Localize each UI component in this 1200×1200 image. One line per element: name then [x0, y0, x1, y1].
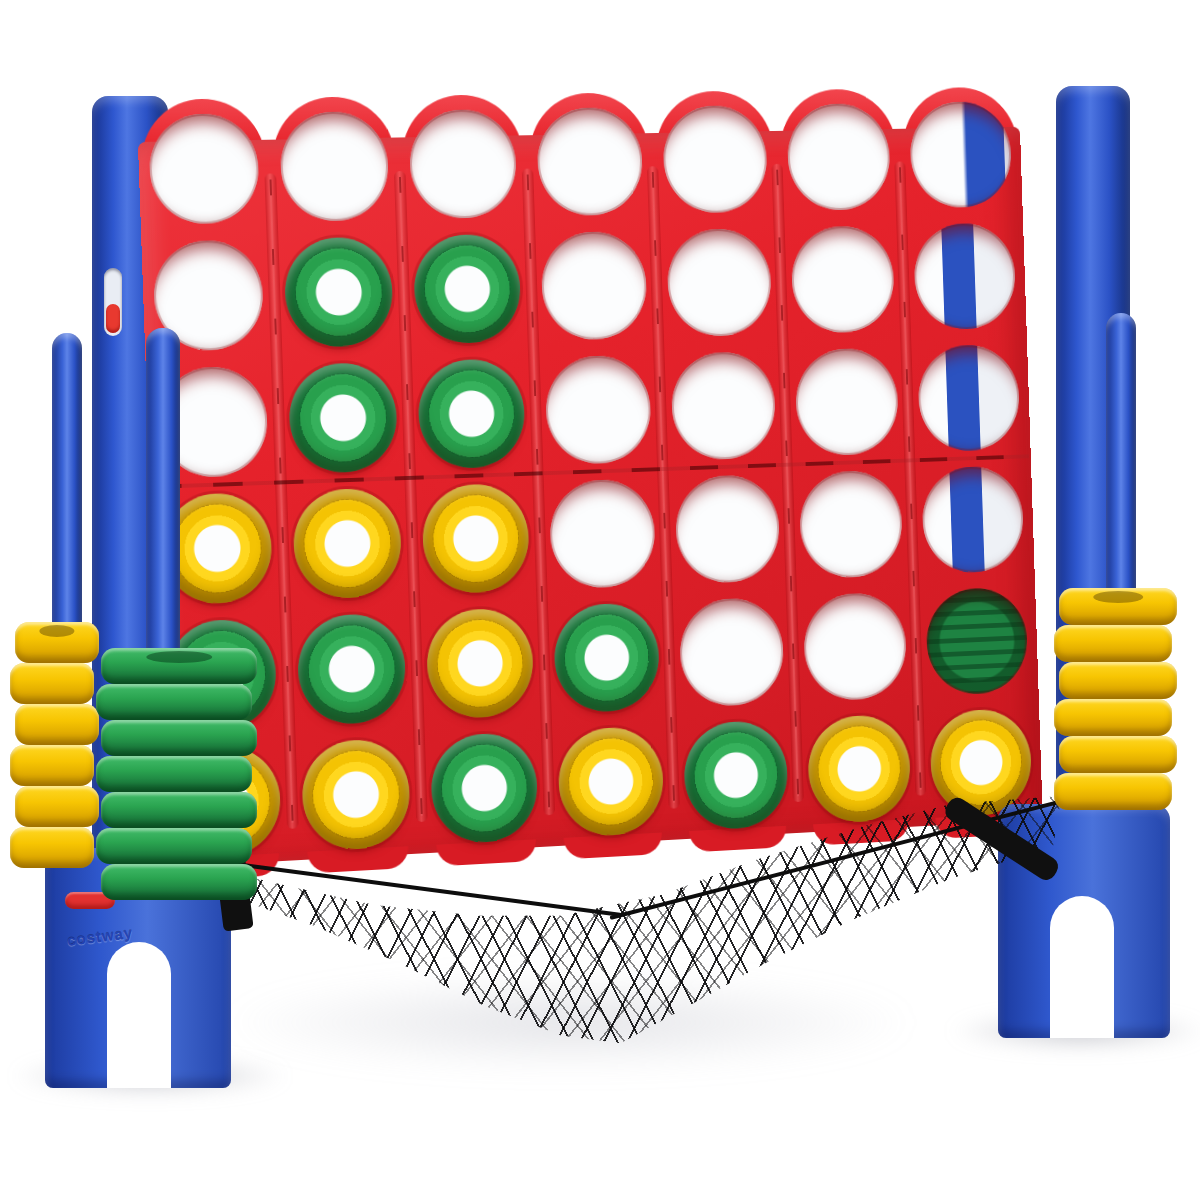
yellow-disc [10, 827, 94, 868]
product-photo-giant-connect4: costway [0, 0, 1200, 1200]
post-lock-slot [104, 268, 122, 336]
yellow-disc [1059, 736, 1177, 773]
storage-rod-left-inner [146, 328, 180, 658]
yellow-disc [15, 622, 99, 663]
green-disc [96, 828, 252, 864]
storage-rod-left-outer [52, 333, 82, 633]
green-disc [101, 864, 257, 900]
yellow-disc [10, 663, 94, 704]
green-disc [96, 684, 252, 720]
foot-right-arch [1050, 896, 1114, 1038]
yellow-disc [15, 704, 99, 745]
yellow-disc [15, 786, 99, 827]
stack-green-left [98, 648, 254, 900]
yellow-disc [10, 745, 94, 786]
yellow-disc [1059, 588, 1177, 625]
yellow-disc [1054, 625, 1172, 662]
foot-left-arch [107, 942, 171, 1088]
stack-yellow-left [12, 622, 96, 868]
column-7-dropzone[interactable] [897, 83, 1043, 844]
yellow-disc [1054, 699, 1172, 736]
stack-yellow-right [1056, 588, 1174, 810]
green-disc [96, 756, 252, 792]
green-disc [101, 792, 257, 828]
storage-rod-right [1106, 313, 1136, 595]
yellow-disc [1059, 662, 1177, 699]
green-disc [101, 648, 257, 684]
red-lock-button[interactable] [106, 304, 120, 333]
green-disc [101, 720, 257, 756]
column-zones [136, 83, 1018, 96]
yellow-disc [1054, 773, 1172, 810]
board [136, 83, 1043, 886]
